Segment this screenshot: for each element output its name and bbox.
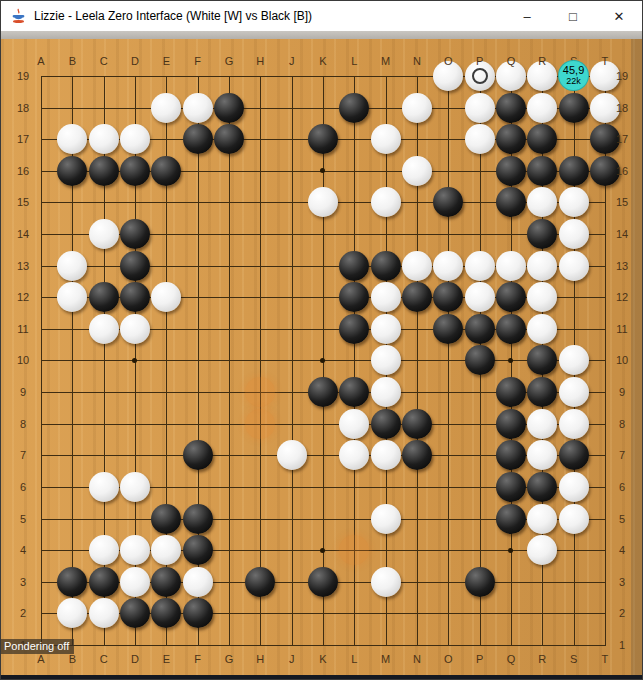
coord-label-bottom-M: M [381,653,390,665]
stone-black-Q7 [495,440,526,472]
stone-white-M15 [370,187,401,219]
black-stone [151,598,181,628]
stone-black-L11 [339,313,370,345]
window-bottom-edge [1,675,642,679]
white-stone [120,124,150,154]
stone-black-R14 [527,218,558,250]
coord-label-left-15: 15 [17,196,29,208]
black-stone [308,377,338,407]
stone-black-C3 [88,566,119,598]
stone-white-B13 [57,250,88,282]
white-stone [527,93,557,123]
coord-label-left-4: 4 [20,544,26,556]
stone-white-J7 [276,440,307,472]
coord-label-left-16: 16 [17,165,29,177]
black-stone [151,156,181,186]
stone-black-C16 [88,155,119,187]
white-stone [371,314,401,344]
white-stone [120,472,150,502]
best-move-winrate: 45,9 [563,65,584,76]
stone-white-C4 [88,534,119,566]
black-stone [120,156,150,186]
stone-white-N18 [401,92,432,124]
white-stone [120,535,150,565]
white-stone [57,251,87,281]
white-stone [559,409,589,439]
white-stone [465,124,495,154]
stone-white-B2 [57,598,88,630]
star-point-dot [132,358,137,363]
coord-label-left-7: 7 [20,449,26,461]
black-stone [308,567,338,597]
stone-white-P12 [464,281,495,313]
white-stone [433,251,463,281]
stone-black-Q16 [495,155,526,187]
coord-label-right-3: 3 [619,576,625,588]
stone-black-K9 [307,376,338,408]
black-stone [120,219,150,249]
close-button[interactable]: ✕ [596,1,642,31]
black-stone [89,282,119,312]
candidate-move-H9[interactable] [245,376,276,408]
white-stone [57,598,87,628]
star-point-dot [508,548,513,553]
black-stone [339,377,369,407]
coord-label-bottom-B: B [69,653,76,665]
stone-white-P18 [464,92,495,124]
white-stone [465,93,495,123]
black-stone [433,282,463,312]
best-move-S19[interactable]: 45,922k [558,60,589,92]
stone-black-R10 [527,345,558,377]
stone-black-O12 [433,281,464,313]
maximize-button[interactable]: □ [550,1,596,31]
white-stone [371,345,401,375]
black-stone [527,345,557,375]
black-stone [496,440,526,470]
stone-white-C6 [88,471,119,503]
coord-label-left-18: 18 [17,102,29,114]
stone-black-S18 [558,92,589,124]
coord-label-top-T: T [602,55,609,67]
title-bar: Lizzie - Leela Zero Interface (White [W]… [1,1,642,31]
black-stone [183,535,213,565]
stone-black-R16 [527,155,558,187]
stone-black-Q11 [495,313,526,345]
black-stone [151,567,181,597]
stone-white-S9 [558,376,589,408]
white-stone [559,187,589,217]
white-stone [57,282,87,312]
coord-label-top-F: F [194,55,201,67]
coord-label-top-D: D [131,55,139,67]
coord-label-top-O: O [444,55,453,67]
coord-label-bottom-E: E [163,653,170,665]
white-stone [402,93,432,123]
black-stone [559,440,589,470]
coord-label-top-R: R [538,55,546,67]
stone-black-P11 [464,313,495,345]
white-stone [57,124,87,154]
coord-label-right-5: 5 [619,513,625,525]
coord-label-top-L: L [351,55,357,67]
black-stone [527,219,557,249]
white-stone [371,504,401,534]
black-stone [339,282,369,312]
black-stone [527,377,557,407]
star-point-dot [320,358,325,363]
white-stone [183,93,213,123]
black-stone [465,345,495,375]
white-stone [559,345,589,375]
coord-label-left-6: 6 [20,481,26,493]
stone-white-S15 [558,187,589,219]
coord-label-bottom-F: F [194,653,201,665]
coord-label-left-19: 19 [17,70,29,82]
stone-white-R12 [527,281,558,313]
black-stone [496,93,526,123]
stone-white-M10 [370,345,401,377]
coord-label-right-4: 4 [619,544,625,556]
coord-label-right-2: 2 [619,607,625,619]
stone-white-D17 [119,123,150,155]
stone-black-D13 [119,250,150,282]
coord-label-right-18: 18 [616,102,628,114]
black-stone [339,93,369,123]
stone-black-Q18 [495,92,526,124]
coord-label-right-14: 14 [616,228,628,240]
white-stone [120,314,150,344]
black-stone [339,314,369,344]
stone-white-S8 [558,408,589,440]
white-stone [527,251,557,281]
stone-white-Q13 [495,250,526,282]
white-stone [151,282,181,312]
black-stone [402,282,432,312]
stone-black-Q5 [495,503,526,535]
coord-label-left-2: 2 [20,607,26,619]
star-point-Q10 [495,345,526,377]
white-stone [308,187,338,217]
stone-black-M13 [370,250,401,282]
stone-black-F17 [182,123,213,155]
stone-white-L7 [339,440,370,472]
coord-label-right-7: 7 [619,449,625,461]
stone-white-D3 [119,566,150,598]
stone-black-F2 [182,598,213,630]
coord-label-top-J: J [289,55,295,67]
candidate-move-circle[interactable] [339,535,369,565]
coord-label-right-8: 8 [619,418,625,430]
stone-black-B16 [57,155,88,187]
coord-label-left-5: 5 [20,513,26,525]
coord-label-top-P: P [476,55,483,67]
black-stone [465,314,495,344]
coord-label-right-16: 16 [616,165,628,177]
stone-white-E4 [151,534,182,566]
white-stone [371,377,401,407]
lizzie-window: 45,922k AABBCCDDEEFFGGHHJJKKLLMMNNOOPPQQ… [0,0,643,680]
stone-white-R4 [527,534,558,566]
black-stone [433,314,463,344]
candidate-move-circle[interactable] [245,409,275,439]
stone-black-L18 [339,92,370,124]
coord-label-left-11: 11 [17,323,28,335]
stone-white-D6 [119,471,150,503]
star-point-D10 [119,345,150,377]
white-stone [339,440,369,470]
stone-white-F3 [182,566,213,598]
stone-white-M9 [370,376,401,408]
white-stone [527,535,557,565]
stone-black-E5 [151,503,182,535]
coord-label-top-H: H [256,55,264,67]
stone-white-R18 [527,92,558,124]
stone-white-B12 [57,281,88,313]
black-stone [496,409,526,439]
stone-white-R11 [527,313,558,345]
coord-label-top-G: G [225,55,234,67]
black-stone [120,282,150,312]
white-stone [89,535,119,565]
coord-label-bottom-A: A [37,653,44,665]
coord-label-top-M: M [381,55,390,67]
stone-white-F18 [182,92,213,124]
stone-black-N8 [401,408,432,440]
white-stone [559,251,589,281]
stone-black-F4 [182,534,213,566]
stone-black-R17 [527,123,558,155]
coord-label-bottom-D: D [131,653,139,665]
white-stone [559,377,589,407]
black-stone [496,377,526,407]
coord-label-left-3: 3 [20,576,26,588]
black-stone [183,124,213,154]
white-stone [371,282,401,312]
stone-black-D12 [119,281,150,313]
candidate-move-circle[interactable] [245,377,275,407]
coord-label-left-17: 17 [17,133,29,145]
black-stone [214,93,244,123]
stone-white-E18 [151,92,182,124]
coord-label-left-10: 10 [17,354,29,366]
star-point-dot [320,548,325,553]
coord-label-bottom-O: O [444,653,453,665]
stone-white-M3 [370,566,401,598]
white-stone [402,251,432,281]
coord-label-right-12: 12 [616,291,628,303]
stone-black-S16 [558,155,589,187]
coord-label-bottom-T: T [602,653,609,665]
coord-label-bottom-Q: Q [507,653,516,665]
stone-black-Q15 [495,187,526,219]
coord-label-left-9: 9 [20,386,26,398]
stone-black-Q9 [495,376,526,408]
window-title: Lizzie - Leela Zero Interface (White [W]… [34,9,312,23]
stone-black-B3 [57,566,88,598]
stone-black-D16 [119,155,150,187]
black-stone [496,472,526,502]
white-stone [527,314,557,344]
black-stone [496,124,526,154]
white-stone [89,472,119,502]
black-stone [527,472,557,502]
coord-label-top-Q: Q [507,55,516,67]
white-stone [465,282,495,312]
stone-white-C14 [88,218,119,250]
white-stone [559,504,589,534]
stone-black-K17 [307,123,338,155]
star-point-K16 [307,155,338,187]
coord-label-bottom-J: J [289,653,295,665]
white-stone [277,440,307,470]
stone-white-N16 [401,155,432,187]
goban[interactable]: 45,922k [25,60,620,661]
stone-black-D14 [119,218,150,250]
coord-label-bottom-G: G [225,653,234,665]
black-stone [245,567,275,597]
board-background: 45,922k AABBCCDDEEFFGGHHJJKKLLMMNNOOPPQQ… [1,1,643,680]
black-stone [57,156,87,186]
candidate-move-H8[interactable] [245,408,276,440]
coord-label-right-9: 9 [619,386,625,398]
coord-label-bottom-P: P [476,653,483,665]
white-stone [151,535,181,565]
star-point-K10 [307,345,338,377]
black-stone [183,504,213,534]
stone-black-R9 [527,376,558,408]
coord-label-right-10: 10 [616,354,628,366]
stone-black-K3 [307,566,338,598]
coord-label-top-N: N [413,55,421,67]
black-stone [183,440,213,470]
black-stone [120,598,150,628]
black-stone [214,124,244,154]
stone-black-C12 [88,281,119,313]
coord-label-bottom-N: N [413,653,421,665]
stone-black-H3 [245,566,276,598]
best-move-visits: 22k [566,77,581,86]
coord-label-bottom-H: H [256,653,264,665]
stone-white-C11 [88,313,119,345]
stone-black-P10 [464,345,495,377]
stone-white-R15 [527,187,558,219]
coord-label-left-14: 14 [17,228,29,240]
black-stone [465,567,495,597]
titlebar-bottom-strip [1,31,642,39]
white-stone [559,219,589,249]
white-stone [465,251,495,281]
white-stone [527,282,557,312]
stone-black-Q17 [495,123,526,155]
star-point-Q4 [495,534,526,566]
stone-black-R6 [527,471,558,503]
stone-white-O13 [433,250,464,282]
stone-white-M17 [370,123,401,155]
candidate-move-L4[interactable] [339,534,370,566]
stone-white-R13 [527,250,558,282]
coord-label-right-11: 11 [616,323,627,335]
stone-black-Q8 [495,408,526,440]
star-point-dot [508,358,513,363]
stone-black-G17 [213,123,244,155]
coord-label-bottom-L: L [351,653,357,665]
white-stone [89,598,119,628]
stone-white-R8 [527,408,558,440]
coord-label-top-B: B [69,55,76,67]
stone-white-K15 [307,187,338,219]
stone-white-N13 [401,250,432,282]
stone-white-D4 [119,534,150,566]
coord-label-left-8: 8 [20,418,26,430]
black-stone [527,156,557,186]
coord-label-right-17: 17 [616,133,628,145]
black-stone [527,124,557,154]
white-stone [339,409,369,439]
black-stone [496,282,526,312]
white-stone [183,567,213,597]
coord-label-left-12: 12 [17,291,29,303]
white-stone [527,187,557,217]
black-stone [371,409,401,439]
stone-white-E12 [151,281,182,313]
coord-label-top-C: C [100,55,108,67]
white-stone [120,567,150,597]
minimize-button[interactable]: – [504,1,550,31]
black-stone [89,567,119,597]
status-bar: Pondering off [1,639,74,654]
star-point-K4 [307,534,338,566]
black-stone [496,504,526,534]
white-stone [527,409,557,439]
stone-black-P3 [464,566,495,598]
black-stone [496,187,526,217]
white-stone [371,124,401,154]
black-stone [89,156,119,186]
white-stone [371,187,401,217]
stone-black-G18 [213,92,244,124]
coord-label-right-19: 19 [616,70,628,82]
stone-black-Q12 [495,281,526,313]
stone-black-F5 [182,503,213,535]
stone-black-E16 [151,155,182,187]
stone-black-N12 [401,281,432,313]
black-stone [57,567,87,597]
stone-white-P13 [464,250,495,282]
coord-label-bottom-C: C [100,653,108,665]
coord-label-top-A: A [37,55,44,67]
stone-white-L8 [339,408,370,440]
white-stone [527,504,557,534]
coord-label-bottom-S: S [570,653,577,665]
black-stone [402,409,432,439]
stone-white-B17 [57,123,88,155]
stone-white-M12 [370,281,401,313]
stone-black-O15 [433,187,464,219]
stone-black-Q6 [495,471,526,503]
white-stone [402,156,432,186]
stone-black-L9 [339,376,370,408]
black-stone [559,156,589,186]
stone-black-L12 [339,281,370,313]
best-move-circle[interactable]: 45,922k [558,60,589,91]
stone-white-S10 [558,345,589,377]
stone-white-M7 [370,440,401,472]
stone-white-M5 [370,503,401,535]
coord-label-top-E: E [163,55,170,67]
star-point-dot [320,168,325,173]
black-stone [151,504,181,534]
